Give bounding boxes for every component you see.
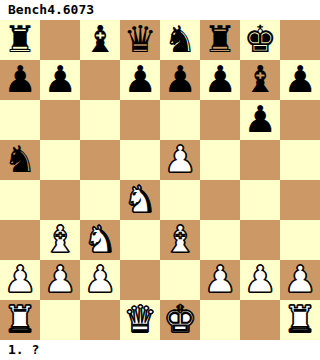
- piece-white-bishop: ♝: [163, 220, 196, 260]
- piece-black-knight: ♞: [3, 140, 36, 180]
- piece-black-king: ♚: [243, 20, 276, 60]
- square-g4[interactable]: [240, 180, 280, 220]
- square-f2[interactable]: ♟: [200, 260, 240, 300]
- square-e1[interactable]: ♚: [160, 300, 200, 340]
- piece-white-pawn: ♟: [283, 260, 316, 300]
- square-f7[interactable]: ♟: [200, 60, 240, 100]
- square-c1[interactable]: [80, 300, 120, 340]
- piece-white-knight: ♞: [83, 220, 116, 260]
- piece-black-knight: ♞: [163, 20, 196, 60]
- piece-white-pawn: ♟: [43, 260, 76, 300]
- square-c2[interactable]: ♟: [80, 260, 120, 300]
- square-e8[interactable]: ♞: [160, 20, 200, 60]
- square-d7[interactable]: ♟: [120, 60, 160, 100]
- square-a5[interactable]: ♞: [0, 140, 40, 180]
- window-title: Bench4.6073: [0, 0, 320, 20]
- piece-white-pawn: ♟: [243, 260, 276, 300]
- square-c3[interactable]: ♞: [80, 220, 120, 260]
- piece-black-pawn: ♟: [163, 60, 196, 100]
- square-d6[interactable]: [120, 100, 160, 140]
- square-c6[interactable]: [80, 100, 120, 140]
- square-h7[interactable]: ♟: [280, 60, 320, 100]
- square-a7[interactable]: ♟: [0, 60, 40, 100]
- piece-white-rook: ♜: [3, 300, 36, 340]
- square-h5[interactable]: [280, 140, 320, 180]
- square-f4[interactable]: [200, 180, 240, 220]
- piece-black-pawn: ♟: [123, 60, 156, 100]
- piece-white-bishop: ♝: [43, 220, 76, 260]
- square-h8[interactable]: [280, 20, 320, 60]
- piece-white-king: ♚: [163, 300, 196, 340]
- piece-white-pawn: ♟: [3, 260, 36, 300]
- square-a2[interactable]: ♟: [0, 260, 40, 300]
- square-a4[interactable]: [0, 180, 40, 220]
- square-b4[interactable]: [40, 180, 80, 220]
- square-b1[interactable]: [40, 300, 80, 340]
- square-e3[interactable]: ♝: [160, 220, 200, 260]
- chess-board: ♜♝♛♞♜♚♟♟♟♟♟♝♟♟♞♟♞♝♞♝♟♟♟♟♟♟♜♛♚♜: [0, 20, 320, 340]
- square-a1[interactable]: ♜: [0, 300, 40, 340]
- square-b5[interactable]: [40, 140, 80, 180]
- square-d5[interactable]: [120, 140, 160, 180]
- square-b2[interactable]: ♟: [40, 260, 80, 300]
- square-d3[interactable]: [120, 220, 160, 260]
- square-e5[interactable]: ♟: [160, 140, 200, 180]
- piece-black-queen: ♛: [123, 20, 156, 60]
- square-d2[interactable]: [120, 260, 160, 300]
- square-c7[interactable]: [80, 60, 120, 100]
- square-e7[interactable]: ♟: [160, 60, 200, 100]
- square-c8[interactable]: ♝: [80, 20, 120, 60]
- piece-black-pawn: ♟: [283, 60, 316, 100]
- square-a8[interactable]: ♜: [0, 20, 40, 60]
- square-a3[interactable]: [0, 220, 40, 260]
- square-b7[interactable]: ♟: [40, 60, 80, 100]
- square-d1[interactable]: ♛: [120, 300, 160, 340]
- square-e2[interactable]: [160, 260, 200, 300]
- square-f1[interactable]: [200, 300, 240, 340]
- square-c4[interactable]: [80, 180, 120, 220]
- square-g7[interactable]: ♝: [240, 60, 280, 100]
- square-a6[interactable]: [0, 100, 40, 140]
- square-g2[interactable]: ♟: [240, 260, 280, 300]
- square-g8[interactable]: ♚: [240, 20, 280, 60]
- square-h4[interactable]: [280, 180, 320, 220]
- square-b6[interactable]: [40, 100, 80, 140]
- piece-black-pawn: ♟: [3, 60, 36, 100]
- square-h6[interactable]: [280, 100, 320, 140]
- square-f5[interactable]: [200, 140, 240, 180]
- piece-black-pawn: ♟: [203, 60, 236, 100]
- square-d4[interactable]: ♞: [120, 180, 160, 220]
- piece-white-knight: ♞: [123, 180, 156, 220]
- piece-black-rook: ♜: [203, 20, 236, 60]
- square-e4[interactable]: [160, 180, 200, 220]
- square-d8[interactable]: ♛: [120, 20, 160, 60]
- piece-white-pawn: ♟: [163, 140, 196, 180]
- square-g3[interactable]: [240, 220, 280, 260]
- piece-white-rook: ♜: [283, 300, 316, 340]
- square-h1[interactable]: ♜: [280, 300, 320, 340]
- square-c5[interactable]: [80, 140, 120, 180]
- move-prompt: 1. ?: [0, 340, 320, 360]
- piece-black-pawn: ♟: [43, 60, 76, 100]
- square-g6[interactable]: ♟: [240, 100, 280, 140]
- square-e6[interactable]: [160, 100, 200, 140]
- square-g1[interactable]: [240, 300, 280, 340]
- square-h2[interactable]: ♟: [280, 260, 320, 300]
- square-b8[interactable]: [40, 20, 80, 60]
- piece-black-bishop: ♝: [83, 20, 116, 60]
- piece-black-pawn: ♟: [243, 100, 276, 140]
- piece-white-queen: ♛: [123, 300, 156, 340]
- square-f8[interactable]: ♜: [200, 20, 240, 60]
- piece-black-bishop: ♝: [243, 60, 276, 100]
- square-b3[interactable]: ♝: [40, 220, 80, 260]
- square-h3[interactable]: [280, 220, 320, 260]
- square-f6[interactable]: [200, 100, 240, 140]
- square-f3[interactable]: [200, 220, 240, 260]
- piece-white-pawn: ♟: [203, 260, 236, 300]
- piece-black-rook: ♜: [3, 20, 36, 60]
- square-g5[interactable]: [240, 140, 280, 180]
- piece-white-pawn: ♟: [83, 260, 116, 300]
